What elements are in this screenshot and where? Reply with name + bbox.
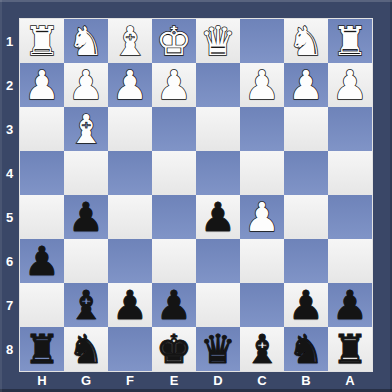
file-label-f: F [108,372,152,391]
square-b3[interactable] [284,107,328,151]
square-c6[interactable] [240,239,284,283]
file-label-a: A [328,372,372,391]
square-d1[interactable]: ♛ [196,19,240,63]
square-f2[interactable]: ♟ [108,63,152,107]
square-c1[interactable] [240,19,284,63]
square-c3[interactable] [240,107,284,151]
board: ♜♞♝♚♛♞♜♟♟♟♟♟♟♟♝♟♟♟♟♝♟♟♟♟♜♞♚♛♝♞♜ [19,18,373,372]
white-rook-h1[interactable]: ♜ [24,19,60,63]
rank-label-2: 2 [0,63,19,107]
black-knight-g8[interactable]: ♞ [68,327,104,371]
white-bishop-f1[interactable]: ♝ [112,19,148,63]
white-knight-g1[interactable]: ♞ [68,19,104,63]
white-pawn-a2[interactable]: ♟ [332,63,368,107]
square-g2[interactable]: ♟ [64,63,108,107]
square-g1[interactable]: ♞ [64,19,108,63]
square-b8[interactable]: ♞ [284,327,328,371]
black-pawn-e7[interactable]: ♟ [156,283,192,327]
rank-label-8: 8 [0,327,19,371]
square-h7[interactable] [20,283,64,327]
file-label-h: H [20,372,64,391]
square-e3[interactable] [152,107,196,151]
white-pawn-e2[interactable]: ♟ [156,63,192,107]
square-d5[interactable]: ♟ [196,195,240,239]
square-h6[interactable]: ♟ [20,239,64,283]
square-e8[interactable]: ♚ [152,327,196,371]
white-pawn-g2[interactable]: ♟ [68,63,104,107]
square-g3[interactable]: ♝ [64,107,108,151]
square-e2[interactable]: ♟ [152,63,196,107]
black-pawn-g5[interactable]: ♟ [68,195,104,239]
rank-label-5: 5 [0,195,19,239]
square-e1[interactable]: ♚ [152,19,196,63]
square-c7[interactable] [240,283,284,327]
file-label-g: G [64,372,108,391]
file-label-b: B [284,372,328,391]
square-d8[interactable]: ♛ [196,327,240,371]
square-f6[interactable] [108,239,152,283]
square-b6[interactable] [284,239,328,283]
white-king-e1[interactable]: ♚ [156,19,192,63]
file-label-d: D [196,372,240,391]
square-a4[interactable] [328,151,372,195]
white-pawn-c5[interactable]: ♟ [244,195,280,239]
square-h8[interactable]: ♜ [20,327,64,371]
black-rook-a8[interactable]: ♜ [332,327,368,371]
square-h2[interactable]: ♟ [20,63,64,107]
square-f3[interactable] [108,107,152,151]
square-a6[interactable] [328,239,372,283]
square-b4[interactable] [284,151,328,195]
rank-label-3: 3 [0,107,19,151]
rank-label-4: 4 [0,151,19,195]
square-d4[interactable] [196,151,240,195]
file-label-e: E [152,372,196,391]
rank-label-7: 7 [0,283,19,327]
white-knight-b1[interactable]: ♞ [288,19,324,63]
square-e4[interactable] [152,151,196,195]
square-g6[interactable] [64,239,108,283]
square-b2[interactable]: ♟ [284,63,328,107]
white-rook-a1[interactable]: ♜ [332,19,368,63]
white-pawn-b2[interactable]: ♟ [288,63,324,107]
black-bishop-c8[interactable]: ♝ [244,327,280,371]
black-queen-d8[interactable]: ♛ [200,327,236,371]
rank-label-6: 6 [0,239,19,283]
square-f5[interactable] [108,195,152,239]
square-a7[interactable]: ♟ [328,283,372,327]
black-knight-b8[interactable]: ♞ [288,327,324,371]
black-bishop-g7[interactable]: ♝ [68,283,104,327]
square-f4[interactable] [108,151,152,195]
black-king-e8[interactable]: ♚ [156,327,192,371]
white-pawn-f2[interactable]: ♟ [112,63,148,107]
square-c4[interactable] [240,151,284,195]
square-c5[interactable]: ♟ [240,195,284,239]
square-b1[interactable]: ♞ [284,19,328,63]
black-rook-h8[interactable]: ♜ [24,327,60,371]
file-label-c: C [240,372,284,391]
square-d2[interactable] [196,63,240,107]
square-a5[interactable] [328,195,372,239]
square-f7[interactable]: ♟ [108,283,152,327]
square-d3[interactable] [196,107,240,151]
chess-board-frame: 12345678 ♜♞♝♚♛♞♜♟♟♟♟♟♟♟♝♟♟♟♟♝♟♟♟♟♜♞♚♛♝♞♜… [0,0,392,392]
square-a1[interactable]: ♜ [328,19,372,63]
square-f1[interactable]: ♝ [108,19,152,63]
square-a3[interactable] [328,107,372,151]
square-a2[interactable]: ♟ [328,63,372,107]
white-queen-d1[interactable]: ♛ [200,19,236,63]
square-h4[interactable] [20,151,64,195]
square-c8[interactable]: ♝ [240,327,284,371]
square-h3[interactable] [20,107,64,151]
square-c2[interactable]: ♟ [240,63,284,107]
square-a8[interactable]: ♜ [328,327,372,371]
square-e7[interactable]: ♟ [152,283,196,327]
square-g8[interactable]: ♞ [64,327,108,371]
black-pawn-h6[interactable]: ♟ [24,239,60,283]
white-bishop-g3[interactable]: ♝ [68,107,104,151]
square-g4[interactable] [64,151,108,195]
square-g7[interactable]: ♝ [64,283,108,327]
rank-labels: 12345678 [0,19,19,371]
rank-label-1: 1 [0,19,19,63]
square-b7[interactable]: ♟ [284,283,328,327]
square-d6[interactable] [196,239,240,283]
black-pawn-b7[interactable]: ♟ [288,283,324,327]
square-h5[interactable] [20,195,64,239]
black-pawn-d5[interactable]: ♟ [200,195,236,239]
square-g5[interactable]: ♟ [64,195,108,239]
square-d7[interactable] [196,283,240,327]
square-h1[interactable]: ♜ [20,19,64,63]
square-f8[interactable] [108,327,152,371]
black-pawn-f7[interactable]: ♟ [112,283,148,327]
white-pawn-h2[interactable]: ♟ [24,63,60,107]
square-e5[interactable] [152,195,196,239]
square-b5[interactable] [284,195,328,239]
square-e6[interactable] [152,239,196,283]
file-labels: HGFEDCBA [20,372,372,391]
black-pawn-a7[interactable]: ♟ [332,283,368,327]
white-pawn-c2[interactable]: ♟ [244,63,280,107]
